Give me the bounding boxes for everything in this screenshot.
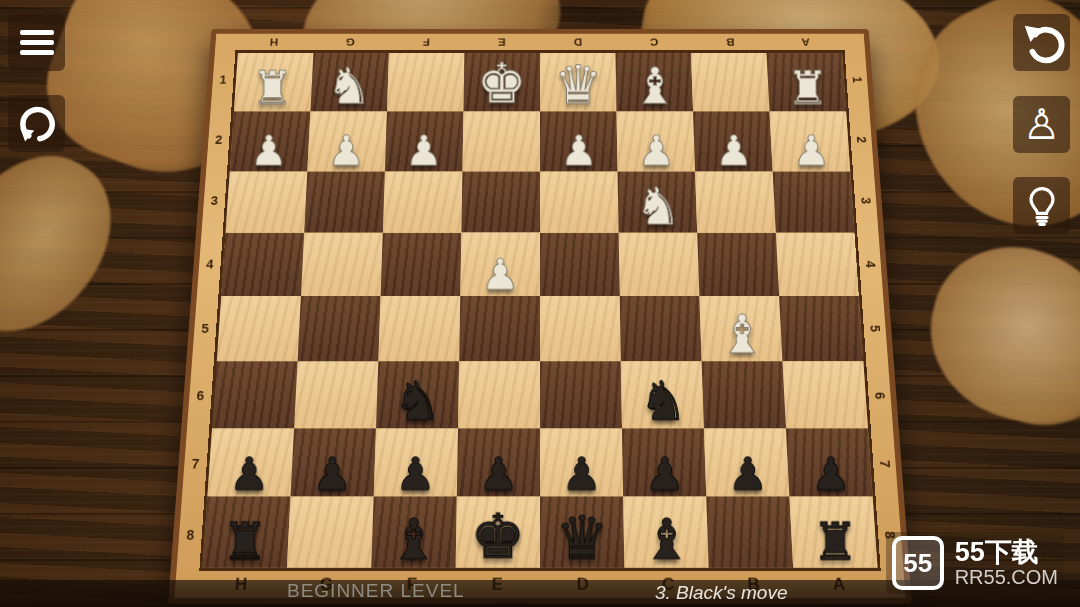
square-g2[interactable]: ♟ xyxy=(307,111,387,171)
white-pawn-icon: ♙ xyxy=(1023,104,1061,146)
square-h1[interactable]: ♜ xyxy=(234,53,314,111)
black-pawn[interactable]: ♟ xyxy=(374,452,457,497)
square-h2[interactable]: ♟ xyxy=(230,111,311,171)
square-d2[interactable]: ♟ xyxy=(540,111,618,171)
rank-label: 1 xyxy=(824,70,890,89)
square-d8[interactable]: ♛ xyxy=(540,497,624,568)
square-e8[interactable]: ♚ xyxy=(456,497,540,568)
background-leaf xyxy=(912,230,1080,441)
white-rook[interactable]: ♜ xyxy=(234,65,311,112)
square-e2[interactable] xyxy=(462,111,540,171)
square-g5[interactable] xyxy=(298,296,381,361)
black-pawn[interactable]: ♟ xyxy=(457,452,540,497)
square-h6[interactable] xyxy=(212,361,297,428)
file-label: A xyxy=(768,34,845,51)
black-pawn[interactable]: ♟ xyxy=(706,452,789,497)
square-f4[interactable] xyxy=(381,233,462,296)
square-b5[interactable]: ♝ xyxy=(699,296,782,361)
square-f5[interactable] xyxy=(378,296,460,361)
white-pawn[interactable]: ♟ xyxy=(617,129,695,171)
white-king[interactable]: ♚ xyxy=(463,56,540,111)
rank-label: 3 xyxy=(832,191,900,211)
square-h5[interactable] xyxy=(217,296,301,361)
black-rook[interactable]: ♜ xyxy=(793,516,878,568)
black-knight[interactable]: ♞ xyxy=(376,374,458,428)
square-g3[interactable] xyxy=(304,171,385,233)
square-d4[interactable] xyxy=(540,233,620,296)
file-label: B xyxy=(692,34,769,51)
white-bishop[interactable]: ♝ xyxy=(701,308,782,361)
square-c5[interactable] xyxy=(620,296,702,361)
square-d1[interactable]: ♛ xyxy=(540,53,617,111)
square-c1[interactable]: ♝ xyxy=(616,53,694,111)
black-pawn[interactable]: ♟ xyxy=(540,452,623,497)
white-pawn[interactable]: ♟ xyxy=(385,129,463,171)
square-b7[interactable]: ♟ xyxy=(704,428,790,497)
undo-button[interactable] xyxy=(1013,14,1070,71)
white-queen[interactable]: ♛ xyxy=(540,58,617,112)
square-f1[interactable] xyxy=(387,53,465,111)
rank-label: 5 xyxy=(840,318,910,339)
square-g4[interactable] xyxy=(301,233,383,296)
square-h4[interactable] xyxy=(221,233,304,296)
white-bishop[interactable]: ♝ xyxy=(616,61,693,111)
white-pawn[interactable]: ♟ xyxy=(230,129,308,171)
square-b3[interactable] xyxy=(695,171,776,233)
black-queen[interactable]: ♛ xyxy=(540,508,624,568)
square-e5[interactable] xyxy=(459,296,540,361)
file-label: H xyxy=(235,34,312,51)
watermark-logo: 55 xyxy=(892,536,944,590)
square-e6[interactable] xyxy=(458,361,540,428)
level-label: BEGINNER LEVEL xyxy=(287,580,465,602)
player-side-button[interactable]: ♙ xyxy=(1013,96,1070,153)
black-pawn[interactable]: ♟ xyxy=(623,452,706,497)
rank-label: 4 xyxy=(836,254,905,274)
black-bishop[interactable]: ♝ xyxy=(371,512,455,568)
square-e1[interactable]: ♚ xyxy=(463,53,540,111)
rank-label: 7 xyxy=(849,453,921,475)
black-bishop[interactable]: ♝ xyxy=(624,512,708,568)
rotate-arrow-icon xyxy=(15,102,59,146)
square-c2[interactable]: ♟ xyxy=(617,111,696,171)
file-labels-top: HGFEDCBA xyxy=(235,34,844,51)
square-d3[interactable] xyxy=(540,171,619,233)
square-h8[interactable]: ♜ xyxy=(203,497,291,568)
square-d5[interactable] xyxy=(540,296,621,361)
hint-button[interactable] xyxy=(1013,177,1070,234)
watermark-name: 55下载 xyxy=(955,538,1058,566)
square-h7[interactable]: ♟ xyxy=(207,428,294,497)
black-pawn[interactable]: ♟ xyxy=(291,452,374,497)
white-pawn[interactable]: ♟ xyxy=(540,129,618,171)
square-f6[interactable]: ♞ xyxy=(376,361,459,428)
white-knight[interactable]: ♞ xyxy=(619,181,698,233)
square-g1[interactable]: ♞ xyxy=(310,53,389,111)
square-d6[interactable] xyxy=(540,361,622,428)
square-b8[interactable] xyxy=(706,497,793,568)
watermark-site: RR55.COM xyxy=(955,567,1058,588)
square-h3[interactable] xyxy=(226,171,308,233)
file-label: E xyxy=(464,34,540,51)
square-c4[interactable] xyxy=(619,233,700,296)
square-c7[interactable]: ♟ xyxy=(622,428,706,497)
board-scene: HGFEDCBA 12345678 ♜♞♚♛♝♜♟♟♟♟♟♟♟♞♟♝♞♞♟♟♟♟… xyxy=(168,0,912,604)
white-pawn[interactable]: ♟ xyxy=(460,253,540,296)
square-f7[interactable]: ♟ xyxy=(374,428,458,497)
black-king[interactable]: ♚ xyxy=(456,506,540,568)
file-label: G xyxy=(312,34,389,51)
white-knight[interactable]: ♞ xyxy=(310,61,387,111)
square-f8[interactable]: ♝ xyxy=(371,497,457,568)
square-b6[interactable] xyxy=(702,361,786,428)
black-rook[interactable]: ♜ xyxy=(203,516,288,568)
file-label: C xyxy=(616,34,692,51)
square-e7[interactable]: ♟ xyxy=(457,428,540,497)
square-e3[interactable] xyxy=(461,171,540,233)
black-pawn[interactable]: ♟ xyxy=(207,452,290,497)
square-g7[interactable]: ♟ xyxy=(291,428,377,497)
square-c3[interactable]: ♞ xyxy=(618,171,698,233)
rank-label: 6 xyxy=(844,385,915,406)
square-c8[interactable]: ♝ xyxy=(623,497,709,568)
square-d7[interactable]: ♟ xyxy=(540,428,623,497)
menu-button[interactable] xyxy=(8,14,65,71)
white-pawn[interactable]: ♟ xyxy=(695,129,773,171)
white-pawn[interactable]: ♟ xyxy=(307,129,385,171)
board-grid: ♜♞♚♛♝♜♟♟♟♟♟♟♟♞♟♝♞♞♟♟♟♟♟♟♟♟♜♝♚♛♝♜ xyxy=(199,50,880,570)
square-c6[interactable]: ♞ xyxy=(621,361,704,428)
hamburger-icon xyxy=(20,30,54,35)
black-knight[interactable]: ♞ xyxy=(622,374,704,428)
file-label: F xyxy=(388,34,464,51)
file-label: D xyxy=(540,34,616,51)
rank-label: 2 xyxy=(828,130,895,149)
chess-board: HGFEDCBA 12345678 ♜♞♚♛♝♜♟♟♟♟♟♟♟♞♟♝♞♞♟♟♟♟… xyxy=(168,29,912,604)
restart-button[interactable] xyxy=(8,95,65,152)
move-indicator: 3. Black's move xyxy=(655,582,787,604)
square-f3[interactable] xyxy=(383,171,463,233)
square-g8[interactable] xyxy=(287,497,374,568)
square-b1[interactable] xyxy=(691,53,770,111)
square-a7[interactable]: ♟ xyxy=(786,428,873,497)
undo-arrow-icon xyxy=(1019,20,1065,66)
lightbulb-icon xyxy=(1020,184,1064,228)
square-g6[interactable] xyxy=(294,361,378,428)
watermark: 55 55下载 RR55.COM xyxy=(886,532,1064,594)
square-b4[interactable] xyxy=(697,233,779,296)
square-a8[interactable]: ♜ xyxy=(789,497,877,568)
square-b2[interactable]: ♟ xyxy=(693,111,773,171)
background-leaf xyxy=(0,128,138,363)
square-e4[interactable]: ♟ xyxy=(460,233,540,296)
square-f2[interactable]: ♟ xyxy=(385,111,464,171)
